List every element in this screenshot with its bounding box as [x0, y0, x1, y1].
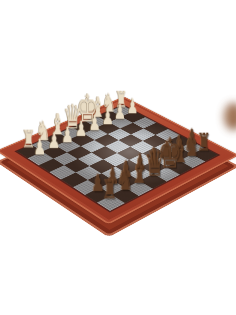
- chess-board: ♜♟♟♜♞♟♟♞♝♟♟♝♚♟♟♚♛♟♟♛♝♟♟♝♞♟♟♞♜♟♟♜: [0, 96, 236, 224]
- piece-white-pawn-f2: ♟: [100, 107, 114, 128]
- piece-white-pawn-g2: ♟: [113, 102, 127, 123]
- piece-black-knight-b8: ♞: [117, 167, 133, 196]
- piece-white-pawn-c2: ♟: [60, 124, 74, 145]
- piece-white-pawn-d2: ♟: [74, 118, 88, 139]
- piece-white-pawn-e2: ♟: [87, 113, 101, 134]
- board-squares: ♜♟♟♜♞♟♟♞♝♟♟♝♚♟♟♚♛♟♟♛♝♟♟♝♞♟♟♞♜♟♟♜: [14, 104, 220, 212]
- chess-set-photo: ♜♟♟♜♞♟♟♞♝♟♟♝♚♟♟♚♛♟♟♛♝♟♟♝♞♟♟♞♜♟♟♜: [0, 0, 236, 315]
- background-blur-object: [224, 103, 236, 130]
- piece-white-pawn-a2: ♟: [32, 136, 47, 158]
- piece-white-pawn-h2: ♟: [126, 96, 140, 116]
- board-stage: ♜♟♟♜♞♟♟♞♝♟♟♝♚♟♟♚♛♟♟♛♝♟♟♝♞♟♟♞♜♟♟♜: [0, 0, 236, 315]
- piece-white-pawn-b2: ♟: [46, 130, 61, 152]
- piece-black-rook-a8: ♜: [102, 176, 118, 203]
